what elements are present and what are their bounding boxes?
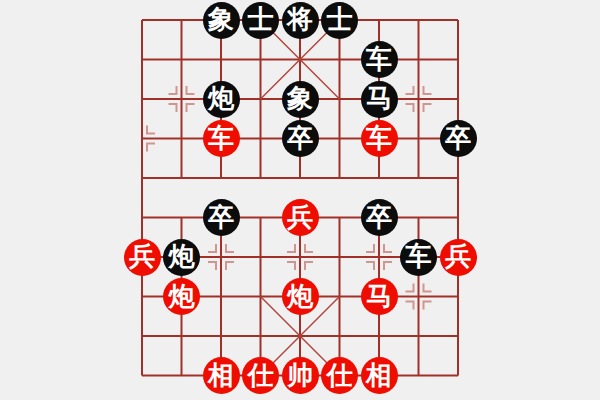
piece-red-soldier[interactable]: 兵 <box>440 239 477 276</box>
piece-red-cannon[interactable]: 炮 <box>282 278 319 315</box>
piece-red-general[interactable]: 帅 <box>282 357 319 394</box>
piece-red-soldier[interactable]: 兵 <box>282 199 319 236</box>
xiangqi-board: 象士将士车炮象马车卒车卒卒兵卒兵炮车兵炮炮马相仕帅仕相 <box>122 0 478 395</box>
piece-black-chariot[interactable]: 车 <box>400 239 437 276</box>
piece-black-soldier[interactable]: 卒 <box>203 199 240 236</box>
piece-red-advisor[interactable]: 仕 <box>321 357 358 394</box>
piece-red-horse[interactable]: 马 <box>361 278 398 315</box>
xiangqi-screenshot: 象士将士车炮象马车卒车卒卒兵卒兵炮车兵炮炮马相仕帅仕相 <box>0 0 600 400</box>
piece-red-chariot[interactable]: 车 <box>361 120 398 157</box>
piece-black-horse[interactable]: 马 <box>361 81 398 118</box>
piece-red-elephant[interactable]: 相 <box>361 357 398 394</box>
piece-black-chariot[interactable]: 车 <box>361 41 398 78</box>
piece-black-elephant[interactable]: 象 <box>282 81 319 118</box>
piece-red-cannon[interactable]: 炮 <box>163 278 200 315</box>
piece-red-chariot[interactable]: 车 <box>203 120 240 157</box>
piece-red-soldier[interactable]: 兵 <box>124 239 161 276</box>
piece-black-cannon[interactable]: 炮 <box>203 81 240 118</box>
piece-black-soldier[interactable]: 卒 <box>361 199 398 236</box>
piece-black-general[interactable]: 将 <box>282 2 319 39</box>
piece-black-advisor[interactable]: 士 <box>321 2 358 39</box>
piece-black-elephant[interactable]: 象 <box>203 2 240 39</box>
piece-black-cannon[interactable]: 炮 <box>163 239 200 276</box>
piece-black-advisor[interactable]: 士 <box>242 2 279 39</box>
piece-black-soldier[interactable]: 卒 <box>440 120 477 157</box>
piece-red-elephant[interactable]: 相 <box>203 357 240 394</box>
piece-red-advisor[interactable]: 仕 <box>242 357 279 394</box>
piece-black-soldier[interactable]: 卒 <box>282 120 319 157</box>
